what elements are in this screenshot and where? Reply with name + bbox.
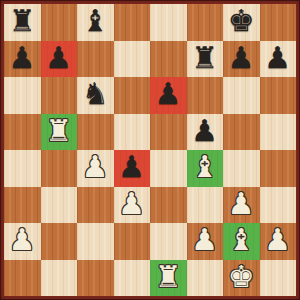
square-h6[interactable] bbox=[260, 77, 297, 114]
square-f8[interactable] bbox=[187, 4, 224, 41]
black-pawn-g7[interactable]: ♟ bbox=[228, 41, 255, 76]
square-h8[interactable] bbox=[260, 4, 297, 41]
square-c6[interactable]: ♞ bbox=[77, 77, 114, 114]
square-f5[interactable]: ♟ bbox=[187, 114, 224, 151]
square-d3[interactable]: ♟ bbox=[114, 187, 151, 224]
square-a3[interactable] bbox=[4, 187, 41, 224]
white-king-g1[interactable]: ♚ bbox=[228, 260, 255, 295]
square-a4[interactable] bbox=[4, 150, 41, 187]
square-a5[interactable] bbox=[4, 114, 41, 151]
white-bishop-f4[interactable]: ♝ bbox=[191, 150, 218, 185]
white-pawn-c4[interactable]: ♟ bbox=[82, 150, 109, 185]
square-d1[interactable] bbox=[114, 260, 151, 297]
square-c7[interactable] bbox=[77, 41, 114, 78]
square-f6[interactable] bbox=[187, 77, 224, 114]
square-b1[interactable] bbox=[41, 260, 78, 297]
square-e8[interactable] bbox=[150, 4, 187, 41]
black-pawn-b7[interactable]: ♟ bbox=[45, 41, 72, 76]
square-h2[interactable]: ♟ bbox=[260, 223, 297, 260]
square-b7[interactable]: ♟ bbox=[41, 41, 78, 78]
square-g1[interactable]: ♚ bbox=[223, 260, 260, 297]
black-pawn-h7[interactable]: ♟ bbox=[264, 41, 291, 76]
white-pawn-h2[interactable]: ♟ bbox=[264, 223, 291, 258]
black-rook-f7[interactable]: ♜ bbox=[191, 41, 218, 76]
square-h3[interactable] bbox=[260, 187, 297, 224]
square-g2[interactable]: ♝ bbox=[223, 223, 260, 260]
square-f1[interactable] bbox=[187, 260, 224, 297]
square-b8[interactable] bbox=[41, 4, 78, 41]
square-e5[interactable] bbox=[150, 114, 187, 151]
white-pawn-g3[interactable]: ♟ bbox=[228, 187, 255, 222]
square-e2[interactable] bbox=[150, 223, 187, 260]
square-h4[interactable] bbox=[260, 150, 297, 187]
square-a6[interactable] bbox=[4, 77, 41, 114]
black-pawn-a7[interactable]: ♟ bbox=[9, 41, 36, 76]
square-c1[interactable] bbox=[77, 260, 114, 297]
square-g3[interactable]: ♟ bbox=[223, 187, 260, 224]
square-d6[interactable] bbox=[114, 77, 151, 114]
square-d7[interactable] bbox=[114, 41, 151, 78]
square-d4[interactable]: ♟ bbox=[114, 150, 151, 187]
black-pawn-e6[interactable]: ♟ bbox=[155, 77, 182, 112]
square-a8[interactable]: ♜ bbox=[4, 4, 41, 41]
square-g5[interactable] bbox=[223, 114, 260, 151]
square-g4[interactable] bbox=[223, 150, 260, 187]
black-rook-a8[interactable]: ♜ bbox=[9, 4, 36, 39]
square-e7[interactable] bbox=[150, 41, 187, 78]
square-e6[interactable]: ♟ bbox=[150, 77, 187, 114]
square-c2[interactable] bbox=[77, 223, 114, 260]
square-b4[interactable] bbox=[41, 150, 78, 187]
square-b3[interactable] bbox=[41, 187, 78, 224]
square-f7[interactable]: ♜ bbox=[187, 41, 224, 78]
square-f3[interactable] bbox=[187, 187, 224, 224]
square-e3[interactable] bbox=[150, 187, 187, 224]
square-d5[interactable] bbox=[114, 114, 151, 151]
square-f4[interactable]: ♝ bbox=[187, 150, 224, 187]
square-c8[interactable]: ♝ bbox=[77, 4, 114, 41]
black-knight-c6[interactable]: ♞ bbox=[82, 77, 109, 112]
black-pawn-d4[interactable]: ♟ bbox=[118, 150, 145, 185]
board-frame: ♜♝♚♟♟♜♟♟♞♟♜♟♟♟♝♟♟♟♟♝♟♜♚ bbox=[0, 0, 300, 300]
square-a7[interactable]: ♟ bbox=[4, 41, 41, 78]
square-c3[interactable] bbox=[77, 187, 114, 224]
white-rook-b5[interactable]: ♜ bbox=[45, 114, 72, 149]
square-g8[interactable]: ♚ bbox=[223, 4, 260, 41]
square-a1[interactable] bbox=[4, 260, 41, 297]
square-b5[interactable]: ♜ bbox=[41, 114, 78, 151]
square-d2[interactable] bbox=[114, 223, 151, 260]
square-a2[interactable]: ♟ bbox=[4, 223, 41, 260]
white-pawn-a2[interactable]: ♟ bbox=[9, 223, 36, 258]
black-pawn-f5[interactable]: ♟ bbox=[191, 114, 218, 149]
square-g7[interactable]: ♟ bbox=[223, 41, 260, 78]
square-b2[interactable] bbox=[41, 223, 78, 260]
square-c5[interactable] bbox=[77, 114, 114, 151]
white-pawn-d3[interactable]: ♟ bbox=[118, 187, 145, 222]
square-g6[interactable] bbox=[223, 77, 260, 114]
square-b6[interactable] bbox=[41, 77, 78, 114]
white-bishop-g2[interactable]: ♝ bbox=[228, 223, 255, 258]
square-f2[interactable]: ♟ bbox=[187, 223, 224, 260]
white-rook-e1[interactable]: ♜ bbox=[155, 260, 182, 295]
square-h1[interactable] bbox=[260, 260, 297, 297]
square-c4[interactable]: ♟ bbox=[77, 150, 114, 187]
square-e1[interactable]: ♜ bbox=[150, 260, 187, 297]
square-h7[interactable]: ♟ bbox=[260, 41, 297, 78]
white-pawn-f2[interactable]: ♟ bbox=[191, 223, 218, 258]
square-d8[interactable] bbox=[114, 4, 151, 41]
square-e4[interactable] bbox=[150, 150, 187, 187]
chess-board: ♜♝♚♟♟♜♟♟♞♟♜♟♟♟♝♟♟♟♟♝♟♜♚ bbox=[4, 4, 296, 296]
black-bishop-c8[interactable]: ♝ bbox=[82, 4, 109, 39]
square-h5[interactable] bbox=[260, 114, 297, 151]
black-king-g8[interactable]: ♚ bbox=[228, 4, 255, 39]
